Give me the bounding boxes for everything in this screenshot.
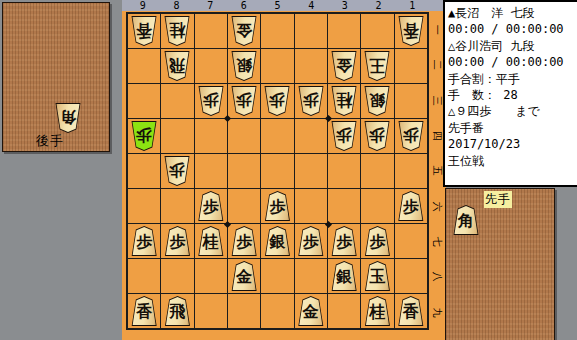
board-cell-3-3[interactable]: 桂: [328, 84, 360, 118]
info-line-2: 00:00 / 00:00:00: [448, 21, 577, 37]
koma-kanji: 歩: [198, 85, 224, 116]
gote-piece-銀: 銀: [364, 86, 390, 116]
info-panel: ▲長沼 洋 七段00:00 / 00:00:00△谷川浩司 九段00:00 / …: [443, 0, 577, 187]
board-cell-3-5[interactable]: [328, 154, 360, 188]
board-cell-3-7[interactable]: 歩: [328, 224, 360, 258]
info-line-8: 先手番: [448, 120, 577, 136]
koma-kanji: 歩: [264, 85, 290, 116]
board-cell-8-7[interactable]: 歩: [161, 224, 193, 258]
board-cell-4-9[interactable]: 金: [295, 294, 327, 328]
koma-kanji: 香: [131, 15, 157, 46]
board-cell-7-2[interactable]: [195, 49, 227, 83]
koma-kanji: 歩: [231, 85, 257, 116]
sente-piece-歩: 歩: [264, 191, 290, 221]
column-label-3: 3: [328, 0, 362, 11]
gote-piece-桂: 桂: [331, 86, 357, 116]
board-cell-3-8[interactable]: 銀: [328, 259, 360, 293]
info-line-1: ▲長沼 洋 七段: [448, 5, 577, 21]
board-cell-3-9[interactable]: [328, 294, 360, 328]
sente-piece-香: 香: [131, 296, 157, 326]
board-cell-7-9[interactable]: [195, 294, 227, 328]
board-cell-6-6[interactable]: [228, 189, 260, 223]
board-cell-4-6[interactable]: [295, 189, 327, 223]
sente-piece-歩: 歩: [198, 191, 224, 221]
gote-hand-pieces: 角: [55, 103, 81, 133]
board-cell-8-1[interactable]: 桂: [161, 14, 193, 48]
info-line-6: 手 数： 28: [448, 87, 577, 103]
koma-kanji: 金: [298, 296, 324, 327]
board-cell-7-4[interactable]: [195, 119, 227, 153]
koma-kanji: 歩: [164, 155, 190, 186]
gote-piece-銀: 銀: [231, 51, 257, 81]
gote-piece-歩: 歩: [231, 86, 257, 116]
board-cell-5-6[interactable]: 歩: [261, 189, 293, 223]
koma-kanji: 桂: [364, 296, 390, 327]
koma-kanji: 香: [131, 296, 157, 327]
board-grid: 香桂金香飛銀金王歩歩歩歩桂銀歩歩歩歩歩歩歩歩歩歩桂歩銀歩歩歩金銀玉香飛金桂香: [126, 12, 429, 330]
board-cell-6-9[interactable]: [228, 294, 260, 328]
gote-piece-歩: 歩: [131, 121, 157, 151]
board-cell-7-3[interactable]: 歩: [195, 84, 227, 118]
koma-kanji: 歩: [131, 226, 157, 257]
sente-captured-tray: 先手 角: [445, 188, 555, 340]
board-cell-8-2[interactable]: 飛: [161, 49, 193, 83]
board-cell-7-8[interactable]: [195, 259, 227, 293]
board-cell-6-5[interactable]: [228, 154, 260, 188]
koma-kanji: 飛: [164, 50, 190, 81]
board-cell-8-5[interactable]: 歩: [161, 154, 193, 188]
board-cell-6-8[interactable]: 金: [228, 259, 260, 293]
gote-piece-角: 角: [55, 103, 81, 133]
sente-piece-飛: 飛: [164, 296, 190, 326]
sente-piece-歩: 歩: [164, 226, 190, 256]
gote-piece-歩: 歩: [164, 156, 190, 186]
gote-piece-飛: 飛: [164, 51, 190, 81]
gote-piece-王: 王: [364, 51, 390, 81]
board-cell-8-8[interactable]: [161, 259, 193, 293]
board-cell-3-6[interactable]: [328, 189, 360, 223]
board-cell-5-3[interactable]: 歩: [261, 84, 293, 118]
koma-kanji: 玉: [364, 261, 390, 292]
board-cell-5-2[interactable]: [261, 49, 293, 83]
info-line-9: 2017/10/23: [448, 136, 577, 152]
column-label-1: 1: [395, 0, 429, 11]
board-cell-4-7[interactable]: 歩: [295, 224, 327, 258]
column-labels: 987654321: [126, 0, 429, 11]
board-cell-2-9[interactable]: 桂: [361, 294, 393, 328]
sente-piece-歩: 歩: [231, 226, 257, 256]
board-cell-6-4[interactable]: [228, 119, 260, 153]
board-cell-5-1[interactable]: [261, 14, 293, 48]
sente-piece-玉: 玉: [364, 261, 390, 291]
board-cell-9-8[interactable]: [128, 259, 160, 293]
koma-kanji: 歩: [231, 226, 257, 257]
koma-kanji: 歩: [131, 120, 157, 151]
sente-piece-銀: 銀: [331, 261, 357, 291]
gote-piece-歩: 歩: [364, 121, 390, 151]
sente-piece-金: 金: [231, 261, 257, 291]
board-cell-9-6[interactable]: [128, 189, 160, 223]
board-cell-3-4[interactable]: 歩: [328, 119, 360, 153]
sente-piece-歩: 歩: [364, 226, 390, 256]
info-line-3: △谷川浩司 九段: [448, 38, 577, 54]
sente-piece-歩: 歩: [298, 226, 324, 256]
board-cell-7-6[interactable]: 歩: [195, 189, 227, 223]
board-cell-5-9[interactable]: [261, 294, 293, 328]
board-cell-9-4[interactable]: 歩: [128, 119, 160, 153]
koma-kanji: 桂: [198, 226, 224, 257]
board-cell-8-9[interactable]: 飛: [161, 294, 193, 328]
board-cell-2-4[interactable]: 歩: [361, 119, 393, 153]
board-cell-2-5[interactable]: [361, 154, 393, 188]
koma-kanji: 歩: [331, 226, 357, 257]
koma-kanji: 飛: [164, 296, 190, 327]
board-cell-5-4[interactable]: [261, 119, 293, 153]
gote-piece-金: 金: [331, 51, 357, 81]
column-label-5: 5: [261, 0, 295, 11]
gote-piece-歩: 歩: [264, 86, 290, 116]
koma-kanji: 銀: [264, 226, 290, 257]
koma-kanji: 歩: [364, 226, 390, 257]
board-cell-4-1[interactable]: [295, 14, 327, 48]
board-cell-2-8[interactable]: 玉: [361, 259, 393, 293]
board-cell-8-4[interactable]: [161, 119, 193, 153]
info-line-4: 00:00 / 00:00:00: [448, 54, 577, 70]
koma-kanji: 桂: [164, 15, 190, 46]
column-label-6: 6: [227, 0, 261, 11]
board-cell-9-1[interactable]: 香: [128, 14, 160, 48]
sente-hand-pieces: 角: [453, 205, 479, 235]
koma-kanji: 歩: [198, 191, 224, 222]
stage: 987654321 香桂金香飛銀金王歩歩歩歩桂銀歩歩歩歩歩歩歩歩歩歩桂歩銀歩歩歩…: [0, 0, 577, 340]
koma-kanji: 歩: [164, 226, 190, 257]
board-cell-4-4[interactable]: [295, 119, 327, 153]
board-cell-7-7[interactable]: 桂: [195, 224, 227, 258]
gote-piece-歩: 歩: [198, 86, 224, 116]
column-label-8: 8: [160, 0, 194, 11]
board-cell-6-3[interactable]: 歩: [228, 84, 260, 118]
koma-kanji: 金: [231, 261, 257, 292]
board-cell-2-7[interactable]: 歩: [361, 224, 393, 258]
board-cell-6-7[interactable]: 歩: [228, 224, 260, 258]
board-cell-2-1[interactable]: [361, 14, 393, 48]
gote-piece-桂: 桂: [164, 16, 190, 46]
sente-piece-金: 金: [298, 296, 324, 326]
gote-piece-歩: 歩: [298, 86, 324, 116]
board-cell-8-6[interactable]: [161, 189, 193, 223]
gote-label: 後手: [36, 132, 64, 150]
board-cell-2-6[interactable]: [361, 189, 393, 223]
sente-piece-桂: 桂: [364, 296, 390, 326]
koma-kanji: 歩: [331, 120, 357, 151]
koma-kanji: 銀: [231, 50, 257, 81]
koma-kanji: 銀: [331, 261, 357, 292]
sente-piece-歩: 歩: [331, 226, 357, 256]
gote-captured-tray: 角 後手: [2, 2, 110, 152]
koma-kanji: 桂: [331, 85, 357, 116]
info-line-10: 王位戦: [448, 153, 577, 169]
board-cell-4-2[interactable]: [295, 49, 327, 83]
board-cell-6-1[interactable]: 金: [228, 14, 260, 48]
column-label-7: 7: [193, 0, 227, 11]
board-cell-7-5[interactable]: [195, 154, 227, 188]
koma-kanji: 歩: [264, 191, 290, 222]
board-cell-5-8[interactable]: [261, 259, 293, 293]
board-cell-5-5[interactable]: [261, 154, 293, 188]
koma-kanji: 角: [55, 102, 81, 133]
koma-kanji: 歩: [298, 85, 324, 116]
koma-kanji: 金: [331, 50, 357, 81]
board-cell-2-3[interactable]: 銀: [361, 84, 393, 118]
board-cell-9-5[interactable]: [128, 154, 160, 188]
board-cell-4-3[interactable]: 歩: [295, 84, 327, 118]
sente-piece-桂: 桂: [198, 226, 224, 256]
board-cell-9-9[interactable]: 香: [128, 294, 160, 328]
sente-turn-label: 先手: [484, 191, 512, 208]
sente-piece-歩: 歩: [131, 226, 157, 256]
gote-piece-香: 香: [131, 16, 157, 46]
board-cell-9-2[interactable]: [128, 49, 160, 83]
column-label-9: 9: [126, 0, 160, 11]
koma-kanji: 金: [231, 15, 257, 46]
koma-kanji: 銀: [364, 85, 390, 116]
board-cell-7-1[interactable]: [195, 14, 227, 48]
board-cell-8-3[interactable]: [161, 84, 193, 118]
sente-piece-角: 角: [453, 205, 479, 235]
sente-piece-銀: 銀: [264, 226, 290, 256]
koma-kanji: 王: [364, 50, 390, 81]
column-label-2: 2: [362, 0, 396, 11]
board-cell-3-1[interactable]: [328, 14, 360, 48]
board-cell-9-3[interactable]: [128, 84, 160, 118]
board-cell-3-2[interactable]: 金: [328, 49, 360, 83]
board-cell-2-2[interactable]: 王: [361, 49, 393, 83]
board-cell-6-2[interactable]: 銀: [228, 49, 260, 83]
gote-piece-金: 金: [231, 16, 257, 46]
board-cell-9-7[interactable]: 歩: [128, 224, 160, 258]
info-line-7: △９四歩 まで: [448, 103, 577, 119]
board-cell-4-5[interactable]: [295, 154, 327, 188]
board-cell-4-8[interactable]: [295, 259, 327, 293]
koma-kanji: 角: [453, 205, 479, 236]
gote-piece-歩: 歩: [331, 121, 357, 151]
koma-kanji: 歩: [364, 120, 390, 151]
column-label-4: 4: [294, 0, 328, 11]
board-cell-5-7[interactable]: 銀: [261, 224, 293, 258]
koma-kanji: 歩: [298, 226, 324, 257]
info-line-5: 手合割：平手: [448, 71, 577, 87]
